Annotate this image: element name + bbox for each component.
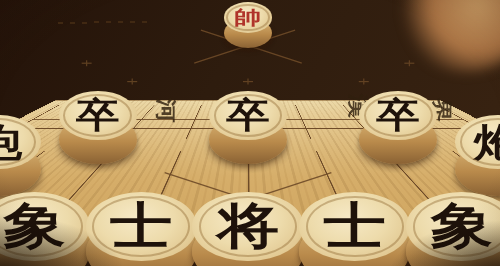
board-cell [295, 105, 348, 112]
board-cell [298, 112, 355, 120]
piece-glyph-cannon: 炮 [474, 123, 500, 162]
piece-glyph-soldier: 卒 [376, 98, 420, 133]
piece-glyph-advisor: 士 [110, 201, 172, 251]
piece-face: 士 [86, 192, 197, 261]
piece-glyph-soldier: 卒 [226, 98, 270, 133]
piece-black-advisor[interactable]: 士 [86, 192, 197, 266]
background-blur-blob [400, 0, 500, 72]
edge-mark [106, 21, 111, 23]
piece-red-general[interactable]: 帥 [224, 2, 273, 48]
edge-mark [70, 22, 75, 24]
xiangqi-photo-scene: 楚河漢界 帥卒卒卒炮炮象士将士象 [0, 0, 500, 266]
edge-mark [82, 22, 87, 24]
edge-mark [58, 22, 63, 24]
piece-black-cannon[interactable]: 炮 [0, 115, 41, 196]
piece-face: 士 [299, 192, 410, 261]
piece-face: 帥 [224, 2, 273, 33]
edge-mark [118, 21, 123, 23]
piece-face: 卒 [59, 91, 137, 140]
piece-face: 卒 [359, 91, 437, 140]
piece-black-soldier[interactable]: 卒 [359, 91, 437, 164]
piece-black-cannon[interactable]: 炮 [455, 115, 500, 196]
edge-mark [142, 21, 147, 23]
piece-glyph-cannon: 炮 [0, 123, 22, 162]
piece-face: 将 [192, 192, 303, 261]
piece-glyph-advisor: 士 [324, 201, 386, 251]
board-cell [133, 119, 195, 128]
piece-glyph-elephant: 象 [3, 201, 65, 251]
board-cell [141, 112, 198, 120]
point-markers [82, 60, 415, 84]
edge-mark [130, 21, 135, 23]
piece-black-soldier[interactable]: 卒 [209, 91, 287, 164]
piece-black-elephant[interactable]: 象 [406, 192, 500, 266]
piece-glyph-soldier: 卒 [76, 98, 120, 133]
piece-glyph-general: 帥 [234, 8, 261, 27]
piece-black-general[interactable]: 将 [192, 192, 303, 266]
piece-glyph-general: 将 [217, 201, 279, 251]
piece-black-advisor[interactable]: 士 [299, 192, 410, 266]
piece-black-elephant[interactable]: 象 [0, 192, 90, 266]
piece-black-soldier[interactable]: 卒 [59, 91, 137, 164]
board-cell [148, 105, 201, 112]
piece-face: 卒 [209, 91, 287, 140]
edge-mark [94, 21, 99, 23]
board-cell [302, 119, 364, 128]
piece-glyph-elephant: 象 [430, 201, 492, 251]
